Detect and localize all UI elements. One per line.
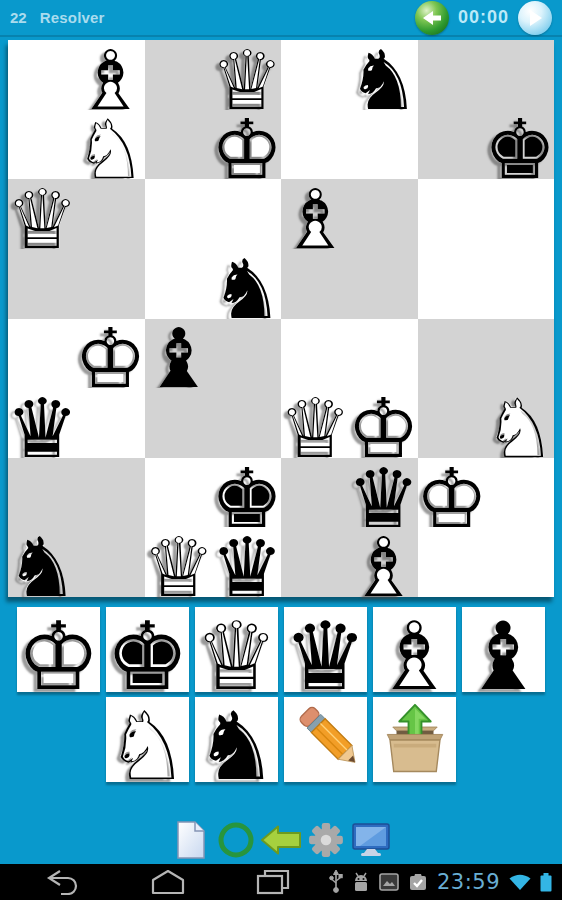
square-b1[interactable]	[76, 527, 144, 597]
square-f8[interactable]: ♘♞	[349, 40, 417, 110]
square-b2[interactable]	[76, 458, 144, 528]
wifi-icon	[509, 874, 531, 891]
square-g3[interactable]	[418, 388, 486, 458]
square-f5[interactable]	[349, 249, 417, 319]
square-f2[interactable]: ♕♛	[349, 458, 417, 528]
black-queen-button[interactable]: ♕♛	[284, 607, 367, 692]
square-c2[interactable]	[145, 458, 213, 528]
square-e1[interactable]	[281, 527, 349, 597]
square-e4[interactable]	[281, 319, 349, 389]
square-c6[interactable]	[145, 179, 213, 249]
black-knight-button[interactable]: ♘♞	[195, 697, 278, 782]
nav-recents-button[interactable]	[256, 869, 290, 895]
square-h8[interactable]	[486, 40, 554, 110]
black-king[interactable]: ♔♚	[486, 110, 554, 180]
new-document-button[interactable]	[171, 820, 211, 860]
white-queen[interactable]: ♛♕	[145, 527, 213, 597]
settings-button[interactable]	[306, 820, 346, 860]
black-queen[interactable]: ♕♛	[213, 527, 281, 597]
black-bishop-button[interactable]: ♗♝	[462, 607, 545, 692]
square-g7[interactable]	[418, 110, 486, 180]
square-g6[interactable]	[418, 179, 486, 249]
square-b5[interactable]	[76, 249, 144, 319]
nav-home-icon	[150, 869, 186, 895]
square-a8[interactable]	[8, 40, 76, 110]
square-f1[interactable]: ♝♗	[349, 527, 417, 597]
square-d5[interactable]: ♘♞	[213, 249, 281, 319]
square-c5[interactable]	[145, 249, 213, 319]
record-circle-icon	[217, 821, 255, 859]
white-queen[interactable]: ♛♕	[213, 40, 281, 110]
square-h5[interactable]	[486, 249, 554, 319]
white-knight[interactable]: ♞♘	[106, 697, 189, 782]
black-knight[interactable]: ♘♞	[8, 527, 76, 597]
white-king[interactable]: ♚♔	[76, 319, 144, 389]
box-up-arrow-icon	[378, 703, 452, 777]
white-king[interactable]: ♚♔	[17, 607, 100, 692]
black-queen[interactable]: ♕♛	[349, 458, 417, 528]
white-king-button[interactable]: ♚♔	[17, 607, 100, 692]
app-header: 22 Resolver 00:00	[0, 0, 562, 37]
square-b6[interactable]	[76, 179, 144, 249]
square-d1[interactable]: ♕♛	[213, 527, 281, 597]
white-bishop[interactable]: ♝♗	[281, 179, 349, 249]
square-d3[interactable]	[213, 388, 281, 458]
white-king[interactable]: ♚♔	[418, 458, 486, 528]
square-b7[interactable]: ♞♘	[76, 110, 144, 180]
square-f7[interactable]	[349, 110, 417, 180]
update-check-icon	[408, 872, 428, 892]
square-b8[interactable]: ♝♗	[76, 40, 144, 110]
bottom-toolbar	[0, 820, 562, 860]
screenshot-icon	[379, 873, 399, 891]
square-d7[interactable]: ♚♔	[213, 110, 281, 180]
undo-button[interactable]	[261, 820, 301, 860]
play-icon	[527, 9, 543, 27]
battery-icon	[540, 873, 552, 892]
square-d8[interactable]: ♛♕	[213, 40, 281, 110]
record-circle-button[interactable]	[216, 820, 256, 860]
white-bishop-button[interactable]: ♝♗	[373, 607, 456, 692]
square-f3[interactable]: ♚♔	[349, 388, 417, 458]
square-a1[interactable]: ♘♞	[8, 527, 76, 597]
square-d6[interactable]	[213, 179, 281, 249]
gear-icon	[307, 821, 345, 859]
square-h2[interactable]	[486, 458, 554, 528]
black-knight[interactable]: ♘♞	[195, 697, 278, 782]
black-knight[interactable]: ♘♞	[349, 40, 417, 110]
square-c4[interactable]: ♗♝	[145, 319, 213, 389]
square-g2[interactable]: ♚♔	[418, 458, 486, 528]
white-bishop[interactable]: ♝♗	[76, 40, 144, 110]
black-queen[interactable]: ♕♛	[8, 388, 76, 458]
monitor-icon	[352, 823, 390, 857]
square-h4[interactable]	[486, 319, 554, 389]
chess-board[interactable]: ♝♗♛♕♘♞♞♘♚♔♔♚♛♕♝♗♘♞♚♔♗♝♕♛♛♕♚♔♞♘♔♚♕♛♚♔♘♞♛♕…	[8, 40, 554, 597]
square-c1[interactable]: ♛♕	[145, 527, 213, 597]
square-a3[interactable]: ♕♛	[8, 388, 76, 458]
display-button[interactable]	[351, 820, 391, 860]
piece-tray-row1: ♚♔♔♚♛♕♕♛♝♗♗♝	[17, 607, 545, 692]
adb-robot-icon	[352, 871, 370, 893]
usb-icon	[329, 870, 343, 894]
box-export-button[interactable]	[373, 697, 456, 782]
square-g4[interactable]	[418, 319, 486, 389]
square-g5[interactable]	[418, 249, 486, 319]
square-e8[interactable]	[281, 40, 349, 110]
square-e5[interactable]	[281, 249, 349, 319]
nav-back-button[interactable]	[46, 869, 80, 895]
square-a4[interactable]	[8, 319, 76, 389]
back-button[interactable]	[415, 1, 449, 35]
white-king[interactable]: ♚♔	[213, 110, 281, 180]
square-d4[interactable]	[213, 319, 281, 389]
square-f6[interactable]	[349, 179, 417, 249]
nav-recents-icon	[256, 869, 290, 895]
square-h3[interactable]: ♞♘	[486, 388, 554, 458]
timer-display: 00:00	[458, 7, 509, 28]
play-button[interactable]	[518, 1, 552, 35]
black-queen[interactable]: ♕♛	[284, 607, 367, 692]
square-f4[interactable]	[349, 319, 417, 389]
square-c8[interactable]	[145, 40, 213, 110]
square-a6[interactable]: ♛♕	[8, 179, 76, 249]
square-a2[interactable]	[8, 458, 76, 528]
pencil-tool-button[interactable]	[284, 697, 367, 782]
white-knight[interactable]: ♞♘	[76, 110, 144, 180]
white-knight-button[interactable]: ♞♘	[106, 697, 189, 782]
square-a7[interactable]	[8, 110, 76, 180]
nav-back-icon	[46, 869, 80, 895]
black-knight[interactable]: ♘♞	[213, 249, 281, 319]
white-bishop[interactable]: ♝♗	[349, 527, 417, 597]
square-e3[interactable]: ♛♕	[281, 388, 349, 458]
new-document-icon	[174, 821, 208, 859]
square-h6[interactable]	[486, 179, 554, 249]
black-king-button[interactable]: ♔♚	[106, 607, 189, 692]
white-queen[interactable]: ♛♕	[195, 607, 278, 692]
square-c7[interactable]	[145, 110, 213, 180]
square-a5[interactable]	[8, 249, 76, 319]
square-g8[interactable]	[418, 40, 486, 110]
pencil-icon	[289, 703, 363, 777]
black-bishop[interactable]: ♗♝	[145, 319, 213, 389]
back-arrow-icon	[422, 9, 442, 27]
level-number: 22	[10, 9, 27, 26]
black-bishop[interactable]: ♗♝	[462, 607, 545, 692]
square-h7[interactable]: ♔♚	[486, 110, 554, 180]
square-d2[interactable]: ♔♚	[213, 458, 281, 528]
square-h1[interactable]	[486, 527, 554, 597]
white-king[interactable]: ♚♔	[349, 388, 417, 458]
white-knight[interactable]: ♞♘	[486, 388, 554, 458]
undo-left-arrow-icon	[261, 825, 301, 855]
square-e2[interactable]	[281, 458, 349, 528]
page-title: Resolver	[40, 9, 105, 26]
android-system-bar: 23:59	[0, 864, 562, 900]
nav-home-button[interactable]	[150, 869, 186, 895]
square-b4[interactable]: ♚♔	[76, 319, 144, 389]
square-e7[interactable]	[281, 110, 349, 180]
square-b3[interactable]	[76, 388, 144, 458]
square-g1[interactable]	[418, 527, 486, 597]
black-king[interactable]: ♔♚	[213, 458, 281, 528]
piece-tray-row2: ♞♘♘♞	[106, 697, 456, 782]
white-queen-button[interactable]: ♛♕	[195, 607, 278, 692]
clock: 23:59	[437, 870, 500, 894]
square-e6[interactable]: ♝♗	[281, 179, 349, 249]
black-king[interactable]: ♔♚	[106, 607, 189, 692]
white-bishop[interactable]: ♝♗	[373, 607, 456, 692]
white-queen[interactable]: ♛♕	[281, 388, 349, 458]
white-queen[interactable]: ♛♕	[8, 179, 76, 249]
square-c3[interactable]	[145, 388, 213, 458]
